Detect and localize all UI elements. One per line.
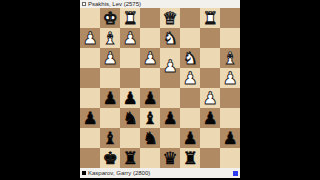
letterbox-left — [0, 0, 80, 180]
black-pawn: ♟ — [140, 88, 160, 108]
square-g5[interactable]: ♟ — [100, 88, 120, 108]
square-h6[interactable]: ♟ — [80, 108, 100, 128]
white-pawn: ♟ — [100, 48, 120, 68]
blue-marker-icon — [233, 171, 238, 176]
top-player-bar: Psakhis, Lev (2575) — [80, 0, 240, 8]
square-e2[interactable] — [140, 28, 160, 48]
square-g4[interactable] — [100, 68, 120, 88]
black-knight: ♞ — [140, 128, 160, 148]
square-a4[interactable]: ♟ — [220, 68, 240, 88]
square-c7[interactable]: ♟ — [180, 128, 200, 148]
black-pawn: ♟ — [100, 88, 120, 108]
square-f6[interactable]: ♞ — [120, 108, 140, 128]
square-e4[interactable] — [140, 68, 160, 88]
square-h1[interactable] — [80, 8, 100, 28]
black-pawn: ♟ — [220, 128, 240, 148]
white-pawn: ♟ — [80, 28, 100, 48]
square-f1[interactable]: ♜ — [120, 8, 140, 28]
square-c6[interactable] — [180, 108, 200, 128]
square-h3[interactable] — [80, 48, 100, 68]
square-b3[interactable] — [200, 48, 220, 68]
white-king: ♚ — [100, 8, 120, 28]
square-f8[interactable]: ♜ — [120, 148, 140, 168]
square-h7[interactable] — [80, 128, 100, 148]
square-h2[interactable]: ♟ — [80, 28, 100, 48]
square-b6[interactable]: ♟ — [200, 108, 220, 128]
square-c2[interactable] — [180, 28, 200, 48]
black-rook: ♜ — [120, 148, 140, 168]
square-d7[interactable] — [160, 128, 180, 148]
white-pawn: ♟ — [120, 28, 140, 48]
square-b1[interactable]: ♜ — [200, 8, 220, 28]
square-b5[interactable]: ♟ — [200, 88, 220, 108]
white-queen: ♛ — [160, 8, 180, 28]
black-rook: ♜ — [180, 148, 200, 168]
square-d8[interactable]: ♛ — [160, 148, 180, 168]
white-knight: ♞ — [160, 28, 180, 48]
white-pawn: ♟ — [140, 48, 160, 68]
square-a6[interactable] — [220, 108, 240, 128]
square-h8[interactable] — [80, 148, 100, 168]
square-b2[interactable] — [200, 28, 220, 48]
square-c1[interactable] — [180, 8, 200, 28]
black-bishop: ♝ — [100, 128, 120, 148]
square-f7[interactable] — [120, 128, 140, 148]
letterbox-right — [240, 0, 320, 180]
white-pawn: ♟ — [200, 88, 220, 108]
square-c5[interactable] — [180, 88, 200, 108]
square-e5[interactable]: ♟ — [140, 88, 160, 108]
square-c3[interactable]: ♞ — [180, 48, 200, 68]
square-d1[interactable]: ♛ — [160, 8, 180, 28]
square-e6[interactable]: ♝ — [140, 108, 160, 128]
black-pawn: ♟ — [200, 108, 220, 128]
chess-window: Psakhis, Lev (2575) ♚♜♛♜♟♝♟♞♟♟♞♝♟♟♟♟♟♟♟♞… — [80, 0, 240, 180]
white-color-icon — [82, 2, 86, 6]
square-e1[interactable] — [140, 8, 160, 28]
black-pawn: ♟ — [160, 108, 180, 128]
square-g3[interactable]: ♟ — [100, 48, 120, 68]
black-queen: ♛ — [160, 148, 180, 168]
square-g2[interactable]: ♝ — [100, 28, 120, 48]
square-a3[interactable]: ♝ — [220, 48, 240, 68]
animating-white-pawn: ♟ — [160, 56, 180, 76]
white-pawn: ♟ — [160, 56, 180, 76]
board: ♚♜♛♜♟♝♟♞♟♟♞♝♟♟♟♟♟♟♟♞♝♟♟♝♞♟♟♚♜♛♜♟ — [80, 8, 240, 168]
square-f5[interactable]: ♟ — [120, 88, 140, 108]
top-player-name: Psakhis, Lev (2575) — [88, 1, 141, 7]
square-g7[interactable]: ♝ — [100, 128, 120, 148]
square-g8[interactable]: ♚ — [100, 148, 120, 168]
square-c4[interactable]: ♟ — [180, 68, 200, 88]
black-pawn: ♟ — [120, 88, 140, 108]
square-a5[interactable] — [220, 88, 240, 108]
white-knight: ♞ — [180, 48, 200, 68]
black-pawn: ♟ — [80, 108, 100, 128]
square-b4[interactable] — [200, 68, 220, 88]
white-bishop: ♝ — [100, 28, 120, 48]
square-b8[interactable] — [200, 148, 220, 168]
square-f3[interactable] — [120, 48, 140, 68]
square-a7[interactable]: ♟ — [220, 128, 240, 148]
square-a2[interactable] — [220, 28, 240, 48]
black-pawn: ♟ — [180, 128, 200, 148]
square-g1[interactable]: ♚ — [100, 8, 120, 28]
square-f2[interactable]: ♟ — [120, 28, 140, 48]
square-h4[interactable] — [80, 68, 100, 88]
square-a8[interactable] — [220, 148, 240, 168]
black-king: ♚ — [100, 148, 120, 168]
white-rook: ♜ — [120, 8, 140, 28]
black-color-icon — [82, 171, 86, 175]
white-rook: ♜ — [200, 8, 220, 28]
bottom-player-bar: Kasparov, Garry (2800) — [80, 168, 240, 178]
square-e3[interactable]: ♟ — [140, 48, 160, 68]
square-b7[interactable] — [200, 128, 220, 148]
black-knight: ♞ — [120, 108, 140, 128]
square-a1[interactable] — [220, 8, 240, 28]
square-d5[interactable] — [160, 88, 180, 108]
square-e8[interactable] — [140, 148, 160, 168]
black-bishop: ♝ — [140, 108, 160, 128]
square-c8[interactable]: ♜ — [180, 148, 200, 168]
square-h5[interactable] — [80, 88, 100, 108]
white-bishop: ♝ — [220, 48, 240, 68]
white-pawn: ♟ — [180, 68, 200, 88]
square-e7[interactable]: ♞ — [140, 128, 160, 148]
square-f4[interactable] — [120, 68, 140, 88]
square-g6[interactable] — [100, 108, 120, 128]
white-pawn: ♟ — [220, 68, 240, 88]
square-d6[interactable]: ♟ — [160, 108, 180, 128]
square-d2[interactable]: ♞ — [160, 28, 180, 48]
bottom-player-name: Kasparov, Garry (2800) — [88, 170, 150, 176]
